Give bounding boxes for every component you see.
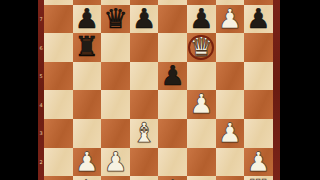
square-d6	[130, 33, 159, 62]
piece-white-pawn-g7: ♟	[218, 5, 242, 34]
piece-white-pawn-f4: ♟	[189, 90, 213, 119]
square-h5	[244, 62, 273, 91]
piece-white-knight-b1: ♞	[75, 176, 99, 180]
rank-label-7: 7	[38, 16, 44, 22]
square-g1	[216, 176, 245, 180]
square-e2	[158, 148, 187, 177]
square-c3	[101, 119, 130, 148]
piece-white-pawn-c2: ♟	[103, 148, 127, 177]
square-f2	[187, 148, 216, 177]
piece-black-pawn-h7: ♟	[246, 5, 270, 34]
square-d3: ♝	[130, 119, 159, 148]
square-b7: ♟	[73, 5, 102, 34]
piece-white-pawn-b2: ♟	[75, 148, 99, 177]
square-c5	[101, 62, 130, 91]
piece-black-queen-c7: ♛	[103, 5, 127, 34]
piece-white-pawn-h2: ♟	[246, 148, 270, 177]
right-black-bar	[280, 0, 320, 180]
square-f5	[187, 62, 216, 91]
piece-black-pawn-b7: ♟	[75, 5, 99, 34]
rank-label-6: 6	[38, 45, 44, 51]
square-a1	[44, 176, 73, 180]
square-f4: ♟	[187, 90, 216, 119]
square-d7: ♟	[130, 5, 159, 34]
rank-label-4: 4	[38, 102, 44, 108]
square-f3	[187, 119, 216, 148]
piece-black-pawn-e5: ♟	[161, 62, 185, 91]
piece-white-king-e1: ♚	[161, 176, 185, 180]
square-d4	[130, 90, 159, 119]
square-a7	[44, 5, 73, 34]
square-g3: ♟	[216, 119, 245, 148]
square-h1: ♜	[244, 176, 273, 180]
square-h6	[244, 33, 273, 62]
piece-white-rook-h1: ♜	[246, 176, 270, 180]
square-e6	[158, 33, 187, 62]
piece-black-rook-b6: ♜	[75, 33, 99, 62]
square-g2	[216, 148, 245, 177]
square-a5	[44, 62, 73, 91]
left-black-bar	[0, 0, 38, 180]
square-d2	[130, 148, 159, 177]
piece-white-bishop-d3: ♝	[132, 119, 156, 148]
square-c7: ♛	[101, 5, 130, 34]
square-b1: ♞	[73, 176, 102, 180]
square-h4	[244, 90, 273, 119]
square-h3	[244, 119, 273, 148]
square-e1: ♚	[158, 176, 187, 180]
square-g6	[216, 33, 245, 62]
square-c1	[101, 176, 130, 180]
square-b3	[73, 119, 102, 148]
square-g7: ♟	[216, 5, 245, 34]
square-f6: ♛	[187, 33, 216, 62]
square-f7: ♟	[187, 5, 216, 34]
square-a2	[44, 148, 73, 177]
piece-white-pawn-g3: ♟	[218, 119, 242, 148]
square-a6	[44, 33, 73, 62]
square-a3	[44, 119, 73, 148]
square-a4	[44, 90, 73, 119]
square-c4	[101, 90, 130, 119]
square-d1	[130, 176, 159, 180]
square-b4	[73, 90, 102, 119]
square-c2: ♟	[101, 148, 130, 177]
square-b2: ♟	[73, 148, 102, 177]
square-e4	[158, 90, 187, 119]
piece-black-pawn-d7: ♟	[132, 5, 156, 34]
square-b6: ♜	[73, 33, 102, 62]
square-e5: ♟	[158, 62, 187, 91]
rank-label-5: 5	[38, 73, 44, 79]
rank-label-2: 2	[38, 159, 44, 165]
square-d5	[130, 62, 159, 91]
square-b5	[73, 62, 102, 91]
rank-label-3: 3	[38, 130, 44, 136]
square-g5	[216, 62, 245, 91]
square-e7	[158, 5, 187, 34]
piece-black-pawn-f7: ♟	[189, 5, 213, 34]
board-frame: ♜♞♚♟♛♟♟♟♟♜♛♟♟♝♟♟♟♟♞♚♜ 765432	[38, 0, 280, 180]
square-e3	[158, 119, 187, 148]
square-f1	[187, 176, 216, 180]
square-h7: ♟	[244, 5, 273, 34]
chess-board: ♜♞♚♟♛♟♟♟♟♜♛♟♟♝♟♟♟♟♞♚♜	[44, 0, 273, 180]
square-h2: ♟	[244, 148, 273, 177]
piece-white-queen-f6: ♛	[189, 33, 213, 62]
square-c6	[101, 33, 130, 62]
square-g4	[216, 90, 245, 119]
